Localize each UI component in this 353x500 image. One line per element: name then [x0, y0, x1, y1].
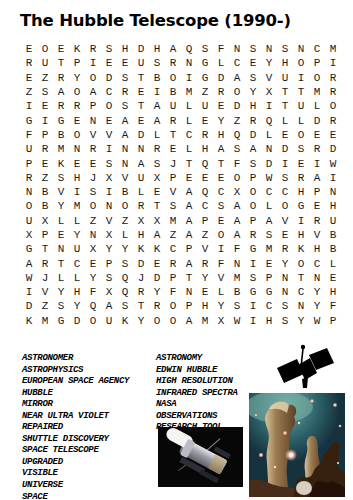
- grid-cell: C: [277, 185, 293, 199]
- grid-cell: O: [85, 71, 101, 85]
- grid-cell: L: [213, 56, 229, 70]
- grid-cell: Y: [261, 56, 277, 70]
- grid-cell: I: [245, 314, 261, 328]
- grid-cell: X: [101, 228, 117, 242]
- grid-cell: N: [133, 142, 149, 156]
- grid-cell: O: [149, 314, 165, 328]
- grid-cell: L: [69, 214, 85, 228]
- grid-cell: S: [229, 299, 245, 313]
- grid-cell: D: [261, 156, 277, 170]
- grid-cell: D: [133, 128, 149, 142]
- grid-cell: A: [21, 256, 37, 270]
- grid-cell: L: [117, 228, 133, 242]
- grid-cell: M: [53, 142, 69, 156]
- grid-cell: O: [101, 99, 117, 113]
- grid-cell: D: [69, 314, 85, 328]
- grid-cell: Y: [213, 299, 229, 313]
- grid-cell: Y: [69, 299, 85, 313]
- grid-cell: E: [325, 271, 341, 285]
- grid-cell: X: [101, 171, 117, 185]
- grid-cell: T: [277, 85, 293, 99]
- grid-cell: N: [85, 113, 101, 127]
- grid-cell: K: [117, 314, 133, 328]
- grid-cell: S: [261, 228, 277, 242]
- grid-cell: P: [37, 228, 53, 242]
- grid-cell: E: [53, 42, 69, 56]
- grid-cell: A: [181, 185, 197, 199]
- grid-cell: P: [181, 242, 197, 256]
- grid-cell: C: [213, 185, 229, 199]
- grid-cell: T: [181, 271, 197, 285]
- grid-cell: O: [229, 85, 245, 99]
- grid-cell: U: [197, 99, 213, 113]
- grid-cell: W: [261, 171, 277, 185]
- grid-cell: S: [117, 256, 133, 270]
- grid-cell: E: [213, 99, 229, 113]
- grid-cell: S: [165, 199, 181, 213]
- grid-cell: T: [53, 256, 69, 270]
- grid-cell: Y: [309, 299, 325, 313]
- grid-cell: P: [165, 271, 181, 285]
- grid-cell: X: [213, 314, 229, 328]
- grid-cell: C: [181, 128, 197, 142]
- grid-cell: K: [149, 242, 165, 256]
- grid-cell: E: [149, 256, 165, 270]
- grid-cell: A: [181, 314, 197, 328]
- grid-cell: S: [117, 71, 133, 85]
- grid-cell: E: [213, 214, 229, 228]
- word-list-item: NEAR ULTRA VIOLET: [22, 411, 129, 423]
- grid-cell: H: [197, 142, 213, 156]
- grid-cell: P: [85, 99, 101, 113]
- grid-cell: J: [37, 271, 53, 285]
- grid-cell: A: [181, 199, 197, 213]
- grid-cell: O: [85, 314, 101, 328]
- word-list-item: HIGH RESOLUTION: [156, 376, 238, 388]
- grid-cell: N: [101, 199, 117, 213]
- grid-cell: D: [21, 299, 37, 313]
- grid-cell: T: [277, 99, 293, 113]
- grid-cell: P: [309, 56, 325, 70]
- grid-cell: M: [229, 271, 245, 285]
- grid-cell: E: [277, 128, 293, 142]
- grid-cell: N: [309, 271, 325, 285]
- grid-cell: G: [53, 113, 69, 127]
- grid-cell: T: [133, 99, 149, 113]
- grid-cell: B: [37, 199, 53, 213]
- grid-cell: E: [85, 156, 101, 170]
- grid-cell: H: [325, 285, 341, 299]
- grid-cell: Z: [85, 214, 101, 228]
- grid-cell: R: [117, 85, 133, 99]
- grid-cell: I: [325, 56, 341, 70]
- grid-cell: A: [117, 113, 133, 127]
- grid-cell: D: [213, 71, 229, 85]
- grid-cell: U: [133, 171, 149, 185]
- grid-cell: F: [21, 128, 37, 142]
- grid-cell: Y: [53, 285, 69, 299]
- grid-cell: O: [293, 128, 309, 142]
- grid-cell: R: [197, 256, 213, 270]
- grid-cell: E: [197, 285, 213, 299]
- grid-cell: U: [21, 142, 37, 156]
- grid-cell: I: [325, 171, 341, 185]
- grid-cell: X: [133, 214, 149, 228]
- grid-cell: H: [245, 99, 261, 113]
- grid-cell: G: [197, 71, 213, 85]
- grid-cell: V: [37, 285, 53, 299]
- grid-cell: X: [149, 171, 165, 185]
- satellite-clipart-icon: [274, 343, 336, 391]
- grid-cell: G: [293, 199, 309, 213]
- grid-cell: R: [245, 113, 261, 127]
- grid-cell: E: [37, 156, 53, 170]
- grid-cell: Q: [197, 185, 213, 199]
- grid-cell: G: [261, 285, 277, 299]
- grid-cell: E: [21, 71, 37, 85]
- grid-cell: N: [181, 56, 197, 70]
- grid-cell: L: [149, 128, 165, 142]
- grid-cell: M: [69, 199, 85, 213]
- grid-cell: E: [101, 113, 117, 127]
- grid-cell: Y: [85, 271, 101, 285]
- grid-cell: U: [277, 71, 293, 85]
- grid-cell: D: [309, 113, 325, 127]
- grid-cell: Q: [229, 128, 245, 142]
- grid-cell: Q: [181, 42, 197, 56]
- grid-cell: M: [197, 314, 213, 328]
- grid-cell: Y: [69, 71, 85, 85]
- grid-cell: Y: [213, 113, 229, 127]
- grid-cell: O: [245, 185, 261, 199]
- grid-cell: S: [245, 71, 261, 85]
- grid-cell: F: [213, 256, 229, 270]
- grid-cell: T: [53, 56, 69, 70]
- grid-cell: J: [165, 156, 181, 170]
- grid-cell: S: [37, 85, 53, 99]
- grid-cell: I: [69, 185, 85, 199]
- grid-cell: U: [165, 99, 181, 113]
- grid-cell: H: [197, 299, 213, 313]
- grid-cell: I: [149, 85, 165, 99]
- grid-cell: N: [53, 242, 69, 256]
- grid-cell: E: [261, 256, 277, 270]
- grid-cell: D: [133, 256, 149, 270]
- grid-cell: Y: [277, 256, 293, 270]
- grid-cell: I: [21, 285, 37, 299]
- grid-cell: R: [85, 142, 101, 156]
- grid-cell: S: [213, 199, 229, 213]
- grid-cell: R: [37, 256, 53, 270]
- grid-cell: O: [117, 199, 133, 213]
- grid-cell: L: [181, 99, 197, 113]
- nebula-photo: [249, 393, 345, 497]
- grid-cell: R: [85, 42, 101, 56]
- word-search-grid: EOEKRSHDHAQSFNSNSNCMRUTPIEEUSRNGLCEYHOPI…: [21, 42, 341, 328]
- grid-cell: A: [149, 99, 165, 113]
- grid-cell: F: [85, 285, 101, 299]
- grid-cell: R: [149, 142, 165, 156]
- grid-cell: Z: [37, 299, 53, 313]
- grid-cell: L: [69, 271, 85, 285]
- grid-cell: T: [213, 156, 229, 170]
- grid-cell: C: [69, 256, 85, 270]
- grid-cell: P: [245, 214, 261, 228]
- grid-cell: Z: [21, 85, 37, 99]
- grid-cell: Q: [261, 113, 277, 127]
- grid-cell: T: [293, 85, 309, 99]
- grid-cell: V: [53, 185, 69, 199]
- grid-cell: I: [101, 185, 117, 199]
- grid-cell: R: [149, 299, 165, 313]
- grid-cell: P: [165, 171, 181, 185]
- grid-cell: R: [293, 171, 309, 185]
- grid-cell: A: [117, 128, 133, 142]
- grid-cell: O: [21, 199, 37, 213]
- grid-cell: O: [165, 314, 181, 328]
- word-list-item: SPACE: [22, 492, 129, 500]
- grid-cell: D: [229, 99, 245, 113]
- grid-cell: H: [293, 185, 309, 199]
- grid-cell: L: [261, 128, 277, 142]
- grid-cell: N: [293, 42, 309, 56]
- grid-cell: B: [325, 242, 341, 256]
- grid-cell: K: [293, 242, 309, 256]
- grid-cell: V: [165, 185, 181, 199]
- grid-cell: F: [229, 242, 245, 256]
- grid-cell: R: [197, 128, 213, 142]
- grid-cell: L: [181, 142, 197, 156]
- grid-cell: Q: [85, 299, 101, 313]
- grid-cell: O: [165, 71, 181, 85]
- grid-cell: C: [165, 242, 181, 256]
- grid-cell: G: [21, 113, 37, 127]
- grid-cell: T: [181, 156, 197, 170]
- grid-cell: N: [261, 142, 277, 156]
- grid-cell: R: [21, 171, 37, 185]
- grid-cell: N: [293, 299, 309, 313]
- grid-cell: H: [149, 42, 165, 56]
- grid-cell: A: [229, 214, 245, 228]
- grid-cell: Z: [165, 228, 181, 242]
- grid-cell: R: [69, 99, 85, 113]
- grid-cell: E: [197, 171, 213, 185]
- word-list-item: UNIVERSE: [22, 480, 129, 492]
- grid-cell: E: [325, 128, 341, 142]
- grid-cell: I: [309, 156, 325, 170]
- grid-cell: S: [117, 99, 133, 113]
- grid-cell: E: [85, 256, 101, 270]
- grid-cell: S: [117, 299, 133, 313]
- grid-cell: G: [245, 285, 261, 299]
- grid-cell: P: [309, 185, 325, 199]
- grid-cell: B: [229, 285, 245, 299]
- grid-cell: F: [165, 285, 181, 299]
- grid-cell: X: [21, 228, 37, 242]
- grid-cell: X: [229, 185, 245, 199]
- grid-cell: E: [37, 99, 53, 113]
- grid-cell: Z: [37, 71, 53, 85]
- grid-cell: R: [245, 228, 261, 242]
- grid-cell: V: [117, 171, 133, 185]
- grid-cell: R: [165, 56, 181, 70]
- grid-cell: R: [325, 113, 341, 127]
- grid-cell: K: [133, 242, 149, 256]
- grid-cell: D: [133, 42, 149, 56]
- grid-cell: D: [277, 142, 293, 156]
- grid-cell: P: [181, 299, 197, 313]
- grid-cell: O: [85, 199, 101, 213]
- grid-cell: D: [101, 71, 117, 85]
- grid-cell: A: [133, 156, 149, 170]
- grid-cell: Y: [309, 285, 325, 299]
- grid-cell: H: [69, 171, 85, 185]
- grid-cell: C: [293, 285, 309, 299]
- word-list-item: HUBBLE: [22, 388, 129, 400]
- grid-cell: P: [197, 214, 213, 228]
- grid-cell: I: [181, 71, 197, 85]
- grid-cell: O: [245, 199, 261, 213]
- grid-cell: F: [229, 156, 245, 170]
- grid-cell: E: [181, 171, 197, 185]
- grid-cell: G: [197, 56, 213, 70]
- grid-cell: I: [293, 71, 309, 85]
- grid-cell: O: [229, 171, 245, 185]
- grid-cell: V: [197, 242, 213, 256]
- word-list-item: UPGRADED: [22, 457, 129, 469]
- grid-cell: V: [213, 271, 229, 285]
- grid-cell: L: [213, 285, 229, 299]
- grid-cell: E: [213, 171, 229, 185]
- grid-cell: R: [325, 71, 341, 85]
- grid-cell: A: [213, 142, 229, 156]
- grid-cell: C: [261, 185, 277, 199]
- grid-cell: P: [37, 128, 53, 142]
- grid-cell: F: [325, 299, 341, 313]
- grid-cell: Y: [197, 271, 213, 285]
- grid-cell: W: [229, 314, 245, 328]
- grid-cell: L: [293, 113, 309, 127]
- word-list-item: MIRROR: [22, 399, 129, 411]
- grid-cell: G: [53, 314, 69, 328]
- word-list-item: ASTRONOMY: [156, 353, 238, 365]
- grid-cell: O: [165, 299, 181, 313]
- word-list-item: REPAIRED: [22, 422, 129, 434]
- grid-cell: I: [21, 99, 37, 113]
- word-list-item: ASTROPHYSICS: [22, 365, 129, 377]
- grid-cell: B: [37, 185, 53, 199]
- grid-cell: Y: [117, 242, 133, 256]
- grid-cell: S: [101, 271, 117, 285]
- grid-cell: R: [133, 285, 149, 299]
- grid-cell: Y: [293, 314, 309, 328]
- grid-cell: N: [117, 156, 133, 170]
- grid-cell: V: [261, 71, 277, 85]
- grid-cell: R: [37, 142, 53, 156]
- grid-cell: C: [261, 299, 277, 313]
- grid-cell: S: [85, 185, 101, 199]
- grid-cell: L: [309, 99, 325, 113]
- grid-cell: J: [133, 271, 149, 285]
- grid-cell: M: [181, 85, 197, 99]
- grid-cell: H: [261, 314, 277, 328]
- grid-cell: X: [149, 214, 165, 228]
- grid-cell: D: [245, 128, 261, 142]
- grid-cell: C: [101, 85, 117, 99]
- word-list-item: VISIBLE: [22, 468, 129, 480]
- word-list-item: OBSERVATIONS: [156, 411, 238, 423]
- worksheet-page: { "game": "word-search", "title": "The H…: [0, 0, 353, 500]
- grid-cell: R: [309, 214, 325, 228]
- grid-cell: T: [133, 71, 149, 85]
- grid-cell: I: [245, 256, 261, 270]
- grid-cell: L: [53, 271, 69, 285]
- grid-cell: H: [325, 199, 341, 213]
- page-title: The Hubble Telescope (1990-): [20, 11, 291, 30]
- grid-cell: O: [69, 128, 85, 142]
- grid-cell: B: [117, 185, 133, 199]
- grid-cell: D: [149, 271, 165, 285]
- grid-cell: E: [245, 56, 261, 70]
- grid-cell: R: [165, 256, 181, 270]
- grid-cell: M: [309, 85, 325, 99]
- grid-cell: H: [277, 56, 293, 70]
- grid-cell: J: [85, 171, 101, 185]
- grid-cell: A: [149, 228, 165, 242]
- grid-cell: L: [181, 113, 197, 127]
- grid-cell: A: [101, 299, 117, 313]
- grid-cell: A: [309, 171, 325, 185]
- grid-cell: Z: [37, 171, 53, 185]
- grid-cell: I: [213, 242, 229, 256]
- word-list-item: EUROPEAN SPACE AGENCY: [22, 376, 129, 388]
- grid-cell: Q: [117, 285, 133, 299]
- grid-cell: U: [101, 314, 117, 328]
- grid-cell: R: [53, 71, 69, 85]
- grid-cell: M: [261, 242, 277, 256]
- grid-cell: H: [117, 42, 133, 56]
- grid-cell: Y: [101, 242, 117, 256]
- grid-cell: O: [37, 42, 53, 56]
- grid-cell: I: [245, 299, 261, 313]
- grid-cell: E: [117, 56, 133, 70]
- grid-cell: W: [325, 156, 341, 170]
- grid-cell: R: [133, 199, 149, 213]
- grid-cell: A: [165, 42, 181, 56]
- grid-cell: Q: [117, 271, 133, 285]
- grid-cell: O: [293, 256, 309, 270]
- grid-cell: L: [133, 185, 149, 199]
- grid-cell: S: [149, 56, 165, 70]
- grid-cell: K: [69, 42, 85, 56]
- grid-cell: S: [293, 142, 309, 156]
- grid-cell: S: [101, 156, 117, 170]
- grid-cell: N: [69, 142, 85, 156]
- grid-cell: M: [37, 314, 53, 328]
- grid-cell: I: [277, 156, 293, 170]
- grid-cell: H: [309, 242, 325, 256]
- word-list-item: SPACE TELESCOPE: [22, 445, 129, 457]
- grid-cell: O: [293, 56, 309, 70]
- grid-cell: Y: [133, 314, 149, 328]
- grid-cell: O: [213, 228, 229, 242]
- grid-cell: V: [309, 228, 325, 242]
- grid-cell: R: [213, 85, 229, 99]
- grid-cell: S: [277, 42, 293, 56]
- word-list-item: NASA: [156, 399, 238, 411]
- grid-cell: V: [101, 214, 117, 228]
- grid-cell: X: [261, 85, 277, 99]
